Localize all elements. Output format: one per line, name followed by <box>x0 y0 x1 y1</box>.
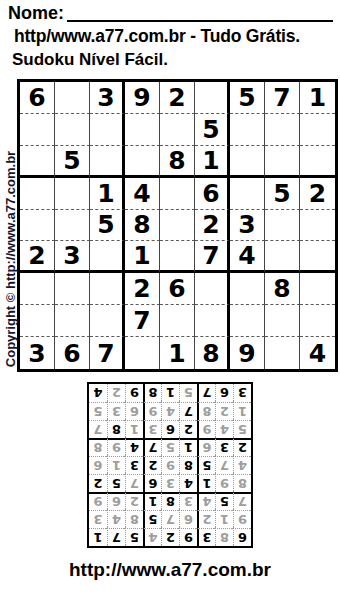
sudoku-cell <box>300 305 335 337</box>
sudoku-cell <box>265 210 300 242</box>
sudoku-cell <box>160 241 195 273</box>
name-label: Nome: <box>8 3 64 24</box>
sudoku-cell: 7 <box>265 82 300 114</box>
copyright-vertical: Copyright © http://www.a77.com.br <box>3 86 20 432</box>
sudoku-cell <box>300 114 335 146</box>
sudoku-cell: 6 <box>160 273 195 305</box>
solution-cell: 5 <box>125 528 143 546</box>
sudoku-cell <box>195 305 230 337</box>
solution-cell: 1 <box>215 510 233 528</box>
sudoku-cell: 7 <box>125 305 160 337</box>
sudoku-cell <box>90 305 125 337</box>
sudoku-cell: 8 <box>195 337 230 369</box>
solution-cell: 9 <box>161 456 179 474</box>
solution-cell: 1 <box>107 456 125 474</box>
sudoku-cell: 6 <box>55 337 90 369</box>
solution-cell: 2 <box>107 384 125 402</box>
solution-cell: 9 <box>233 510 251 528</box>
sudoku-cell <box>125 337 160 369</box>
solution-cell: 8 <box>143 384 161 402</box>
solution-cell: 5 <box>197 456 215 474</box>
sudoku-cell: 1 <box>125 241 160 273</box>
sudoku-cell: 4 <box>230 241 265 273</box>
sudoku-cell <box>230 114 265 146</box>
sudoku-cell <box>195 273 230 305</box>
solution-cell: 3 <box>179 492 197 510</box>
sudoku-cell: 8 <box>160 146 195 178</box>
sudoku-cell <box>55 114 90 146</box>
sudoku-cell: 1 <box>195 146 230 178</box>
solution-cell: 7 <box>107 528 125 546</box>
solution-cell: 4 <box>197 492 215 510</box>
solution-cell: 4 <box>125 438 143 456</box>
sudoku-cell <box>20 146 55 178</box>
solution-cell: 6 <box>143 474 161 492</box>
solution-cell: 5 <box>179 384 197 402</box>
sudoku-cell: 5 <box>230 82 265 114</box>
solution-cell: 8 <box>179 456 197 474</box>
solution-cell: 7 <box>89 420 107 438</box>
sudoku-cell: 2 <box>195 210 230 242</box>
solution-cell: 8 <box>89 438 107 456</box>
sudoku-cell: 1 <box>160 337 195 369</box>
solution-cell: 7 <box>161 510 179 528</box>
sudoku-cell: 5 <box>55 146 90 178</box>
solution-cell: 5 <box>161 438 179 456</box>
solution-cell: 9 <box>179 528 197 546</box>
solution-cell: 3 <box>197 528 215 546</box>
solution-cell: 5 <box>215 492 233 510</box>
sudoku-cell <box>265 305 300 337</box>
solution-cell: 2 <box>233 438 251 456</box>
sudoku-cell <box>230 273 265 305</box>
sudoku-cell <box>20 178 55 210</box>
solution-cell: 6 <box>107 492 125 510</box>
sudoku-cell <box>300 273 335 305</box>
solution-cell: 8 <box>161 492 179 510</box>
solution-cell: 8 <box>197 402 215 420</box>
solution-cell: 9 <box>215 474 233 492</box>
solution-cell: 6 <box>179 510 197 528</box>
solution-cell: 6 <box>215 384 233 402</box>
solution-cell: 4 <box>215 420 233 438</box>
solution-cell: 6 <box>125 402 143 420</box>
sudoku-cell <box>160 178 195 210</box>
solution-cell: 8 <box>125 510 143 528</box>
solution-cell: 1 <box>233 402 251 420</box>
solution-cell: 2 <box>197 510 215 528</box>
solution-cell: 4 <box>143 528 161 546</box>
sudoku-cell: 4 <box>300 337 335 369</box>
sudoku-cell <box>230 305 265 337</box>
sudoku-cell <box>265 146 300 178</box>
sudoku-cell <box>20 210 55 242</box>
sudoku-cell: 2 <box>125 273 160 305</box>
sudoku-cell <box>20 305 55 337</box>
solution-cell: 4 <box>89 384 107 402</box>
solution-cell: 7 <box>233 492 251 510</box>
sudoku-cell: 9 <box>230 337 265 369</box>
sudoku-cell <box>160 210 195 242</box>
sudoku-cell: 9 <box>125 82 160 114</box>
solution-cell: 4 <box>107 510 125 528</box>
sudoku-cell <box>300 210 335 242</box>
solution-cell: 9 <box>197 420 215 438</box>
footer-url: http://www.a77.com.br <box>0 559 340 581</box>
solution-cell: 2 <box>89 474 107 492</box>
solution-cell: 9 <box>89 492 107 510</box>
sudoku-cell <box>90 273 125 305</box>
sudoku-cell <box>160 114 195 146</box>
solution-cell: 3 <box>215 438 233 456</box>
solution-cell: 9 <box>107 438 125 456</box>
sudoku-cell <box>300 146 335 178</box>
solution-cell: 2 <box>125 492 143 510</box>
solution-cell: 7 <box>215 456 233 474</box>
solution-cell: 1 <box>125 420 143 438</box>
sudoku-cell <box>195 82 230 114</box>
sudoku-cell <box>125 146 160 178</box>
solution-cell: 4 <box>179 474 197 492</box>
solution-cell: 7 <box>125 474 143 492</box>
solution-cell: 3 <box>233 384 251 402</box>
sudoku-cell <box>265 337 300 369</box>
sudoku-cell <box>265 241 300 273</box>
sudoku-cell <box>125 114 160 146</box>
solution-cell: 2 <box>215 402 233 420</box>
solution-cell: 5 <box>89 402 107 420</box>
name-row: Nome: <box>8 3 333 24</box>
sudoku-cell <box>90 114 125 146</box>
sudoku-cell <box>90 146 125 178</box>
solution-cell: 9 <box>125 384 143 402</box>
sudoku-cell <box>230 146 265 178</box>
sudoku-cell: 7 <box>195 241 230 273</box>
sudoku-cell <box>55 210 90 242</box>
sudoku-cell: 8 <box>125 210 160 242</box>
solution-cell: 5 <box>143 510 161 528</box>
solution-cell: 1 <box>143 492 161 510</box>
solution-cell: 3 <box>161 474 179 492</box>
sudoku-cell: 1 <box>300 82 335 114</box>
level-header: Sudoku Nível Fácil. <box>12 50 168 70</box>
sudoku-cell: 6 <box>20 82 55 114</box>
solution-cell: 6 <box>89 456 107 474</box>
sudoku-cell <box>55 82 90 114</box>
sudoku-cell: 5 <box>265 178 300 210</box>
solution-cell: 3 <box>125 456 143 474</box>
sudoku-cell: 6 <box>195 178 230 210</box>
solution-cell: 4 <box>233 456 251 474</box>
sudoku-cell <box>20 114 55 146</box>
sudoku-cell <box>300 241 335 273</box>
sudoku-cell: 5 <box>195 114 230 146</box>
sudoku-cell: 2 <box>160 82 195 114</box>
sudoku-cell <box>230 178 265 210</box>
sudoku-cell: 3 <box>20 337 55 369</box>
solution-cell: 4 <box>161 402 179 420</box>
solution-cell: 2 <box>161 528 179 546</box>
solution-cell: 8 <box>215 528 233 546</box>
solution-cell: 7 <box>143 438 161 456</box>
sudoku-cell: 3 <box>230 210 265 242</box>
sudoku-cell <box>265 114 300 146</box>
sudoku-cell: 2 <box>20 241 55 273</box>
sudoku-cell: 4 <box>125 178 160 210</box>
sudoku-cell <box>55 273 90 305</box>
sudoku-cell: 3 <box>90 82 125 114</box>
solution-cell: 5 <box>107 474 125 492</box>
sudoku-cell: 8 <box>265 273 300 305</box>
solution-cell: 6 <box>233 528 251 546</box>
sudoku-cell: 1 <box>90 178 125 210</box>
solution-grid: 6839245719126758437543812698914367524758… <box>87 382 253 548</box>
solution-cell: 1 <box>179 438 197 456</box>
solution-cell: 3 <box>107 402 125 420</box>
site-header: http/www.a77.com.br - Tudo Grátis. <box>14 26 300 47</box>
sudoku-cell <box>160 305 195 337</box>
solution-cell: 1 <box>197 474 215 492</box>
sudoku-cell <box>55 305 90 337</box>
solution-cell: 8 <box>233 474 251 492</box>
solution-cell: 9 <box>143 402 161 420</box>
solution-cell: 7 <box>197 384 215 402</box>
main-sudoku-grid: 639257155811465258232317426873671894 <box>17 79 338 372</box>
sudoku-cell: 5 <box>90 210 125 242</box>
sudoku-cell <box>55 178 90 210</box>
sudoku-cell <box>90 241 125 273</box>
sudoku-cell: 7 <box>90 337 125 369</box>
solution-cell: 7 <box>179 402 197 420</box>
sudoku-cell: 3 <box>55 241 90 273</box>
solution-cell: 3 <box>143 420 161 438</box>
name-underline <box>67 19 333 22</box>
sudoku-cell <box>20 273 55 305</box>
solution-cell: 3 <box>89 510 107 528</box>
solution-cell: 8 <box>107 420 125 438</box>
solution-cell: 1 <box>89 528 107 546</box>
solution-cell: 2 <box>143 456 161 474</box>
solution-cell: 6 <box>161 420 179 438</box>
solution-cell: 6 <box>197 438 215 456</box>
solution-cell: 5 <box>233 420 251 438</box>
solution-cell: 2 <box>179 420 197 438</box>
sudoku-cell: 2 <box>300 178 335 210</box>
solution-cell: 1 <box>161 384 179 402</box>
